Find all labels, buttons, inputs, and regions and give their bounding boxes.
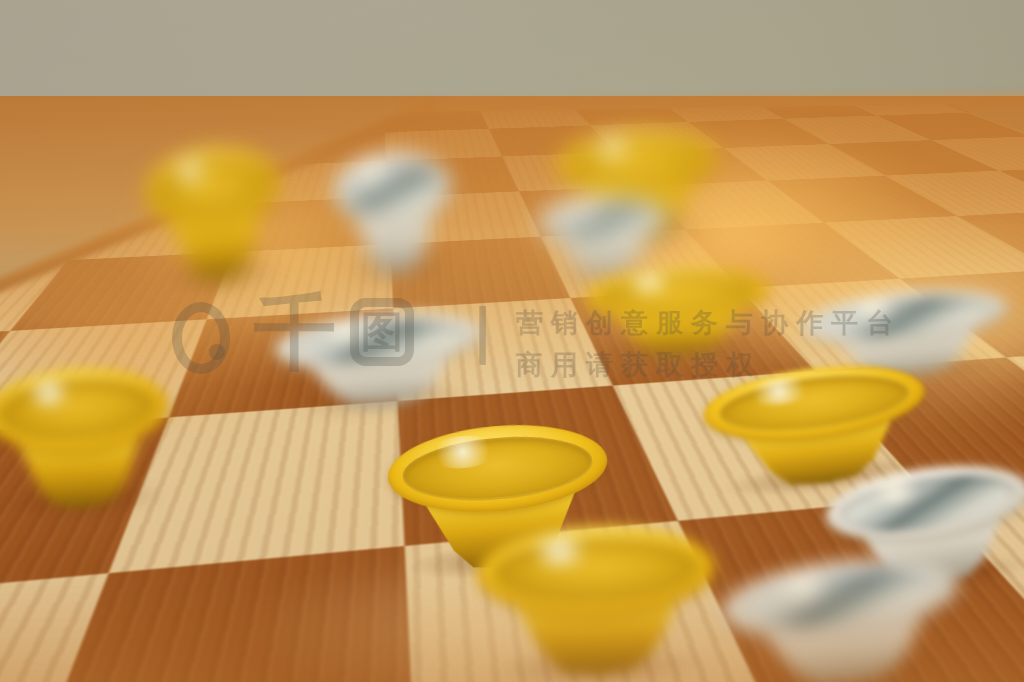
ingot-rim [272,305,484,378]
foreground-blur-haze [0,572,1024,682]
ingot-top-face [401,430,595,508]
ingot-silver-g8[interactable] [537,194,672,281]
ingot-rim [141,141,283,235]
ingot-rim [555,126,718,199]
ingot-gold-e7[interactable] [584,263,772,359]
ingot-silver-d8[interactable] [331,148,457,278]
ingot-rim [584,263,770,324]
ingot-silver-c6[interactable] [272,305,487,415]
ingot-gold-b8[interactable] [141,141,288,288]
photo-scene: 千 图 | 营销创意服务与协作平台 商用请获取授权 [0,0,1024,682]
ingot-rim [700,355,929,451]
ingot-rim [331,148,454,229]
ingot-rim [384,417,611,521]
ingot-gold-a6[interactable] [0,362,175,514]
ingot-rim [0,362,171,458]
ingot-rim [537,194,671,248]
